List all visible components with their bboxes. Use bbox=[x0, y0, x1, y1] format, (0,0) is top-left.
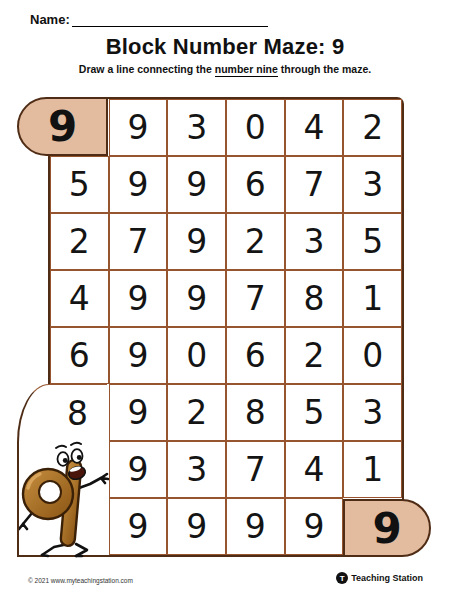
eyebrow-right-icon bbox=[71, 443, 81, 445]
maze-cell[interactable]: 3 bbox=[167, 99, 226, 156]
arm-left bbox=[23, 513, 32, 524]
maze-cell[interactable]: 9 bbox=[167, 270, 226, 327]
nine-bowl-hole bbox=[39, 481, 61, 503]
maze-cell[interactable]: 1 bbox=[343, 270, 402, 327]
maze-cell[interactable]: 9 bbox=[109, 270, 168, 327]
maze-cell[interactable]: 4 bbox=[50, 270, 109, 327]
maze-cell[interactable]: 2 bbox=[167, 384, 226, 441]
subtitle-prefix: Draw a line connecting the bbox=[79, 63, 215, 75]
maze-cell[interactable]: 9 bbox=[109, 156, 168, 213]
subtitle-underlined-phrase: number nine bbox=[215, 63, 278, 77]
footer-brand: T Teaching Station bbox=[336, 572, 423, 584]
maze-cell[interactable]: 8 bbox=[226, 384, 285, 441]
name-row: Name: bbox=[30, 12, 268, 27]
maze-cell[interactable]: 2 bbox=[285, 327, 344, 384]
maze-start-cell[interactable]: 9 bbox=[17, 97, 108, 156]
maze-cell[interactable]: 9 bbox=[167, 213, 226, 270]
maze-cell[interactable]: 8 bbox=[48, 385, 107, 441]
leg-left-foot bbox=[42, 555, 48, 556]
maze-cell[interactable]: 3 bbox=[343, 156, 402, 213]
maze-cell[interactable]: 3 bbox=[167, 441, 226, 498]
arm-right bbox=[79, 478, 101, 488]
eyebrow-left-icon bbox=[56, 446, 66, 448]
maze-cell[interactable]: 2 bbox=[226, 213, 285, 270]
maze-cell[interactable]: 2 bbox=[343, 99, 402, 156]
arm-right-hand bbox=[101, 474, 108, 483]
footer-copyright: © 2021 www.myteachingstation.com bbox=[28, 577, 133, 584]
maze-cell[interactable]: 5 bbox=[285, 384, 344, 441]
maze-cell[interactable]: 9 bbox=[167, 156, 226, 213]
name-label: Name: bbox=[30, 12, 70, 27]
maze-cell[interactable]: 9 bbox=[109, 498, 168, 555]
maze-cell[interactable]: 3 bbox=[285, 213, 344, 270]
leg-right bbox=[76, 544, 87, 556]
maze-cell[interactable]: 9 bbox=[109, 99, 168, 156]
subtitle-suffix: through the maze. bbox=[278, 63, 371, 75]
maze-cell[interactable]: 9 bbox=[109, 441, 168, 498]
worksheet-subtitle: Draw a line connecting the number nine t… bbox=[0, 63, 450, 75]
arm-left-hand bbox=[19, 524, 27, 529]
maze-cell[interactable]: 0 bbox=[167, 327, 226, 384]
maze-cell[interactable]: 2 bbox=[50, 213, 109, 270]
pupil-left bbox=[63, 458, 68, 463]
character-area: 8 bbox=[17, 384, 107, 557]
brand-name: Teaching Station bbox=[351, 573, 423, 583]
maze-cell[interactable]: 4 bbox=[285, 441, 344, 498]
maze-cell[interactable]: 7 bbox=[109, 213, 168, 270]
maze-cell[interactable]: 5 bbox=[343, 213, 402, 270]
maze-cell[interactable]: 8 bbox=[285, 270, 344, 327]
name-blank-line bbox=[72, 13, 268, 27]
maze-end-cell[interactable]: 9 bbox=[343, 499, 431, 557]
worksheet-title: Block Number Maze: 9 bbox=[0, 34, 450, 60]
maze-cell[interactable]: 7 bbox=[226, 270, 285, 327]
maze-cell[interactable]: 6 bbox=[226, 327, 285, 384]
maze-cell[interactable]: 4 bbox=[285, 99, 344, 156]
maze-cell[interactable]: 3 bbox=[343, 384, 402, 441]
number-nine-character bbox=[19, 440, 109, 558]
maze-cell[interactable]: 6 bbox=[50, 327, 109, 384]
maze-cell[interactable]: 7 bbox=[285, 156, 344, 213]
maze-cell[interactable]: 9 bbox=[226, 498, 285, 555]
maze-cell[interactable]: 5 bbox=[50, 156, 109, 213]
teaching-station-logo-icon: T bbox=[336, 572, 348, 584]
maze-cell[interactable]: 0 bbox=[226, 99, 285, 156]
maze-cell[interactable]: 6 bbox=[226, 156, 285, 213]
maze-cell[interactable]: 7 bbox=[226, 441, 285, 498]
maze-cell[interactable]: 9 bbox=[167, 498, 226, 555]
maze-cell[interactable]: 9 bbox=[109, 384, 168, 441]
maze-cell[interactable]: 0 bbox=[343, 327, 402, 384]
worksheet-page: Name: Block Number Maze: 9 Draw a line c… bbox=[0, 0, 450, 600]
maze-cell[interactable]: 9 bbox=[285, 498, 344, 555]
maze-cell[interactable]: 9 bbox=[109, 327, 168, 384]
pupil-right bbox=[77, 455, 82, 460]
maze-cell[interactable]: 1 bbox=[343, 441, 402, 498]
